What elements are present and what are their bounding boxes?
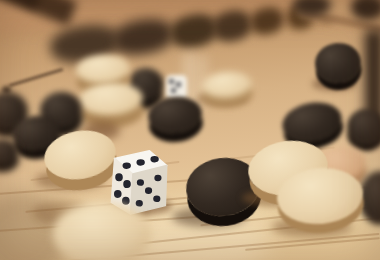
light-checker[interactable] bbox=[53, 202, 151, 260]
pieces-front bbox=[0, 0, 380, 260]
backgammon-photo bbox=[0, 0, 380, 260]
